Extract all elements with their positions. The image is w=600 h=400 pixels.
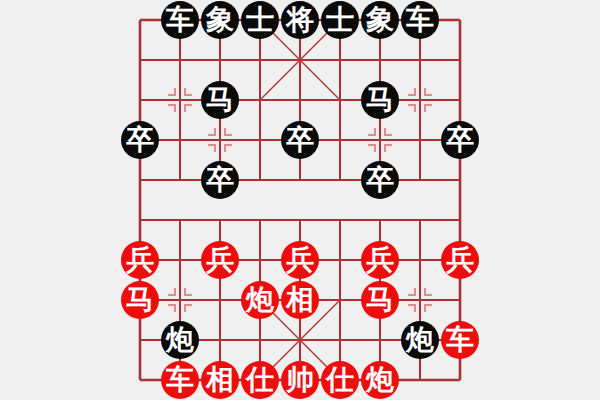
piece-black-general[interactable]: 将 bbox=[281, 1, 319, 39]
piece-red-horse[interactable]: 马 bbox=[361, 281, 399, 319]
piece-black-horse[interactable]: 马 bbox=[361, 81, 399, 119]
pieces-layer: 车象士将士象车马马卒卒卒卒卒兵兵兵兵兵马炮相马炮炮车车相仕帅仕炮 bbox=[120, 0, 480, 400]
piece-red-soldier[interactable]: 兵 bbox=[281, 241, 319, 279]
piece-black-cannon[interactable]: 炮 bbox=[161, 321, 199, 359]
piece-red-elephant[interactable]: 相 bbox=[281, 281, 319, 319]
piece-red-horse[interactable]: 马 bbox=[121, 281, 159, 319]
piece-black-soldier[interactable]: 卒 bbox=[361, 161, 399, 199]
xiangqi-board: 车象士将士象车马马卒卒卒卒卒兵兵兵兵兵马炮相马炮炮车车相仕帅仕炮 bbox=[0, 0, 600, 400]
piece-red-advisor[interactable]: 仕 bbox=[321, 361, 359, 399]
piece-black-advisor[interactable]: 士 bbox=[321, 1, 359, 39]
piece-red-chariot[interactable]: 车 bbox=[161, 361, 199, 399]
piece-black-elephant[interactable]: 象 bbox=[361, 1, 399, 39]
piece-red-soldier[interactable]: 兵 bbox=[441, 241, 479, 279]
piece-red-elephant[interactable]: 相 bbox=[201, 361, 239, 399]
piece-black-horse[interactable]: 马 bbox=[201, 81, 239, 119]
piece-red-cannon[interactable]: 炮 bbox=[361, 361, 399, 399]
piece-black-elephant[interactable]: 象 bbox=[201, 1, 239, 39]
piece-black-chariot[interactable]: 车 bbox=[161, 1, 199, 39]
piece-black-soldier[interactable]: 卒 bbox=[201, 161, 239, 199]
piece-black-cannon[interactable]: 炮 bbox=[401, 321, 439, 359]
piece-red-general[interactable]: 帅 bbox=[281, 361, 319, 399]
piece-black-soldier[interactable]: 卒 bbox=[281, 121, 319, 159]
piece-red-chariot[interactable]: 车 bbox=[441, 321, 479, 359]
piece-red-soldier[interactable]: 兵 bbox=[361, 241, 399, 279]
piece-black-advisor[interactable]: 士 bbox=[241, 1, 279, 39]
piece-black-chariot[interactable]: 车 bbox=[401, 1, 439, 39]
piece-black-soldier[interactable]: 卒 bbox=[121, 121, 159, 159]
piece-red-soldier[interactable]: 兵 bbox=[121, 241, 159, 279]
piece-red-advisor[interactable]: 仕 bbox=[241, 361, 279, 399]
piece-red-soldier[interactable]: 兵 bbox=[201, 241, 239, 279]
piece-black-soldier[interactable]: 卒 bbox=[441, 121, 479, 159]
piece-red-cannon[interactable]: 炮 bbox=[241, 281, 279, 319]
